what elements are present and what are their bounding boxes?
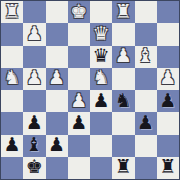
square-e4[interactable]: ♟	[90, 90, 112, 112]
white-king: ♚	[70, 2, 87, 21]
square-a2[interactable]: ♟	[1, 135, 23, 157]
square-f2[interactable]	[112, 135, 134, 157]
white-queen: ♛	[93, 24, 110, 43]
white-pawn: ♟	[26, 68, 43, 87]
white-pawn: ♟	[159, 68, 176, 87]
square-g6[interactable]: ♝	[135, 46, 157, 68]
white-rook: ♜	[4, 2, 21, 21]
square-b2[interactable]: ♝	[23, 135, 45, 157]
square-a1[interactable]	[1, 157, 23, 179]
white-knight: ♞	[4, 68, 21, 87]
square-c4[interactable]	[46, 90, 68, 112]
square-d8[interactable]: ♚	[68, 1, 90, 23]
square-c3[interactable]	[46, 112, 68, 134]
black-rook: ♜	[115, 157, 132, 176]
square-d3[interactable]: ♟	[68, 112, 90, 134]
square-g4[interactable]	[135, 90, 157, 112]
square-g1[interactable]	[135, 157, 157, 179]
square-d4[interactable]: ♟	[68, 90, 90, 112]
white-pawn: ♟	[48, 68, 65, 87]
white-pawn: ♟	[70, 91, 87, 110]
square-e5[interactable]: ♞	[90, 68, 112, 90]
black-pawn: ♟	[70, 113, 87, 132]
square-a3[interactable]	[1, 112, 23, 134]
square-g8[interactable]	[135, 1, 157, 23]
square-d2[interactable]	[68, 135, 90, 157]
square-e1[interactable]	[90, 157, 112, 179]
square-a6[interactable]	[1, 46, 23, 68]
white-pawn: ♟	[115, 46, 132, 65]
square-d5[interactable]	[68, 68, 90, 90]
black-knight: ♞	[115, 91, 132, 110]
square-h1[interactable]: ♜	[157, 157, 179, 179]
chess-board: ♜♚♜♟♛♛♟♝♞♟♟♞♟♟♟♞♟♟♟♟♟♝♟♚♜♜	[0, 0, 180, 180]
square-g5[interactable]	[135, 68, 157, 90]
square-f1[interactable]: ♜	[112, 157, 134, 179]
square-b8[interactable]	[23, 1, 45, 23]
black-pawn: ♟	[48, 135, 65, 154]
square-d7[interactable]	[68, 23, 90, 45]
square-e3[interactable]	[90, 112, 112, 134]
black-pawn: ♟	[93, 91, 110, 110]
square-c8[interactable]	[46, 1, 68, 23]
square-g3[interactable]: ♟	[135, 112, 157, 134]
square-b6[interactable]	[23, 46, 45, 68]
square-c7[interactable]	[46, 23, 68, 45]
square-h7[interactable]	[157, 23, 179, 45]
square-h2[interactable]	[157, 135, 179, 157]
white-pawn: ♟	[26, 24, 43, 43]
square-c6[interactable]	[46, 46, 68, 68]
square-b1[interactable]: ♚	[23, 157, 45, 179]
black-pawn: ♟	[4, 135, 21, 154]
square-a5[interactable]: ♞	[1, 68, 23, 90]
square-f6[interactable]: ♟	[112, 46, 134, 68]
square-f5[interactable]	[112, 68, 134, 90]
square-c5[interactable]: ♟	[46, 68, 68, 90]
square-e8[interactable]	[90, 1, 112, 23]
square-f7[interactable]	[112, 23, 134, 45]
white-knight: ♞	[93, 68, 110, 87]
square-a4[interactable]	[1, 90, 23, 112]
square-b3[interactable]: ♟	[23, 112, 45, 134]
square-h6[interactable]	[157, 46, 179, 68]
square-h5[interactable]: ♟	[157, 68, 179, 90]
square-f3[interactable]	[112, 112, 134, 134]
square-g7[interactable]	[135, 23, 157, 45]
square-d1[interactable]	[68, 157, 90, 179]
square-b5[interactable]: ♟	[23, 68, 45, 90]
square-c2[interactable]: ♟	[46, 135, 68, 157]
square-e7[interactable]: ♛	[90, 23, 112, 45]
black-rook: ♜	[159, 157, 176, 176]
black-pawn: ♟	[26, 113, 43, 132]
black-queen: ♛	[93, 46, 110, 65]
square-a8[interactable]: ♜	[1, 1, 23, 23]
square-f8[interactable]: ♜	[112, 1, 134, 23]
black-pawn: ♟	[137, 113, 154, 132]
black-king: ♚	[26, 157, 43, 176]
black-bishop: ♝	[26, 135, 43, 154]
square-a7[interactable]	[1, 23, 23, 45]
square-h4[interactable]: ♟	[157, 90, 179, 112]
square-g2[interactable]	[135, 135, 157, 157]
square-h8[interactable]	[157, 1, 179, 23]
white-bishop: ♝	[137, 46, 154, 65]
square-b7[interactable]: ♟	[23, 23, 45, 45]
square-d6[interactable]	[68, 46, 90, 68]
black-pawn: ♟	[159, 91, 176, 110]
square-e2[interactable]	[90, 135, 112, 157]
square-c1[interactable]	[46, 157, 68, 179]
white-rook: ♜	[115, 2, 132, 21]
square-f4[interactable]: ♞	[112, 90, 134, 112]
square-b4[interactable]	[23, 90, 45, 112]
square-h3[interactable]	[157, 112, 179, 134]
square-e6[interactable]: ♛	[90, 46, 112, 68]
